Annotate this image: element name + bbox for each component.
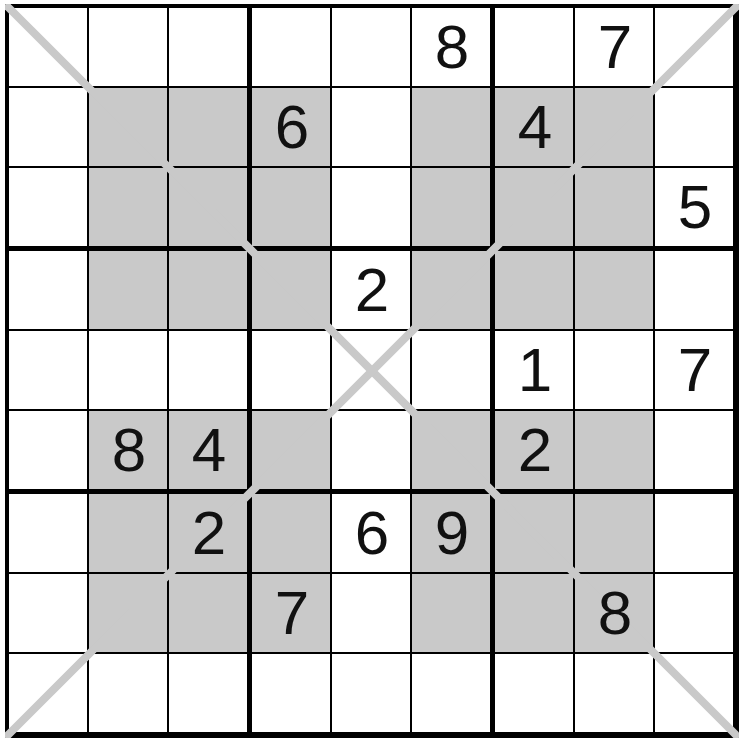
sudoku-grid: 8674584217226978 [5,4,739,738]
box-1-1 [9,8,247,246]
cell-r3c5[interactable] [332,168,410,246]
cell-r5c2[interactable] [89,331,167,409]
cell-r1c8[interactable]: 7 [575,8,653,86]
given-digit: 8 [112,419,144,481]
cell-r8c1[interactable] [9,574,87,652]
cell-r3c7[interactable] [495,168,573,246]
cell-r8c7[interactable] [495,574,573,652]
cell-r4c5[interactable]: 2 [332,251,410,329]
cell-r8c8[interactable]: 8 [575,574,653,652]
cell-r8c9[interactable] [655,574,733,652]
cell-r3c6[interactable] [412,168,490,246]
cell-r2c6[interactable] [412,88,490,166]
box-2-3: 172 [495,251,733,489]
cell-r2c9[interactable] [655,88,733,166]
cell-r5c9[interactable]: 7 [655,331,733,409]
cell-r2c2[interactable] [89,88,167,166]
cell-r7c3[interactable]: 2 [169,494,247,572]
cell-r7c2[interactable] [89,494,167,572]
cell-r9c4[interactable] [252,654,330,732]
cell-r1c5[interactable] [332,8,410,86]
given-digit: 6 [355,502,387,564]
cell-r7c6[interactable]: 9 [412,494,490,572]
given-digit: 8 [598,582,630,644]
cell-r8c3[interactable] [169,574,247,652]
given-digit: 2 [518,419,550,481]
cell-r5c6[interactable] [412,331,490,409]
given-digit: 1 [518,339,550,401]
cell-r5c8[interactable] [575,331,653,409]
cell-r6c2[interactable]: 8 [89,411,167,489]
sudoku-board: 8674584217226978 [5,4,739,738]
cell-r5c7[interactable]: 1 [495,331,573,409]
given-digit: 7 [275,582,307,644]
cell-r9c1[interactable] [9,654,87,732]
box-1-3: 745 [495,8,733,246]
cell-r8c4[interactable]: 7 [252,574,330,652]
cell-r3c9[interactable]: 5 [655,168,733,246]
given-digit: 7 [598,16,630,78]
cell-r3c1[interactable] [9,168,87,246]
cell-r2c4[interactable]: 6 [252,88,330,166]
cell-r9c9[interactable] [655,654,733,732]
cell-r4c3[interactable] [169,251,247,329]
cell-r3c4[interactable] [252,168,330,246]
cell-r4c8[interactable] [575,251,653,329]
cell-r8c6[interactable] [412,574,490,652]
cell-r3c8[interactable] [575,168,653,246]
cell-r5c1[interactable] [9,331,87,409]
cell-r7c9[interactable] [655,494,733,572]
cell-r6c1[interactable] [9,411,87,489]
cell-r8c5[interactable] [332,574,410,652]
given-digit: 2 [355,259,387,321]
given-digit: 5 [678,176,710,238]
cell-r6c7[interactable]: 2 [495,411,573,489]
cell-r9c8[interactable] [575,654,653,732]
cell-r3c2[interactable] [89,168,167,246]
box-3-1: 2 [9,494,247,732]
cell-r6c3[interactable]: 4 [169,411,247,489]
cell-r4c1[interactable] [9,251,87,329]
cell-r9c5[interactable] [332,654,410,732]
cell-r2c7[interactable]: 4 [495,88,573,166]
cell-r1c6[interactable]: 8 [412,8,490,86]
cell-r1c1[interactable] [9,8,87,86]
given-digit: 8 [435,16,467,78]
cell-r2c1[interactable] [9,88,87,166]
cell-r9c7[interactable] [495,654,573,732]
box-3-2: 697 [252,494,490,732]
cell-r7c5[interactable]: 6 [332,494,410,572]
cell-r3c3[interactable] [169,168,247,246]
cell-r1c3[interactable] [169,8,247,86]
cell-r1c7[interactable] [495,8,573,86]
box-3-3: 8 [495,494,733,732]
given-digit: 2 [192,502,224,564]
cell-r4c6[interactable] [412,251,490,329]
cell-r5c4[interactable] [252,331,330,409]
box-1-2: 86 [252,8,490,246]
cell-r6c4[interactable] [252,411,330,489]
cell-r7c8[interactable] [575,494,653,572]
cell-r6c5[interactable] [332,411,410,489]
cell-r6c8[interactable] [575,411,653,489]
cell-r6c6[interactable] [412,411,490,489]
cell-r4c2[interactable] [89,251,167,329]
cell-r7c4[interactable] [252,494,330,572]
cell-r2c3[interactable] [169,88,247,166]
given-digit: 4 [518,96,550,158]
cell-r7c7[interactable] [495,494,573,572]
cell-r9c3[interactable] [169,654,247,732]
cell-r2c5[interactable] [332,88,410,166]
given-digit: 6 [275,96,307,158]
cell-r4c4[interactable] [252,251,330,329]
cell-r5c5[interactable] [332,331,410,409]
cell-r2c8[interactable] [575,88,653,166]
given-digit: 9 [435,502,467,564]
cell-r9c2[interactable] [89,654,167,732]
cell-r6c9[interactable] [655,411,733,489]
cell-r9c6[interactable] [412,654,490,732]
cell-r7c1[interactable] [9,494,87,572]
box-2-1: 84 [9,251,247,489]
cell-r1c4[interactable] [252,8,330,86]
cell-r4c7[interactable] [495,251,573,329]
cell-r8c2[interactable] [89,574,167,652]
given-digit: 4 [192,419,224,481]
cell-r5c3[interactable] [169,331,247,409]
given-digit: 7 [678,339,710,401]
cell-r4c9[interactable] [655,251,733,329]
cell-r1c9[interactable] [655,8,733,86]
box-2-2: 2 [252,251,490,489]
cell-r1c2[interactable] [89,8,167,86]
